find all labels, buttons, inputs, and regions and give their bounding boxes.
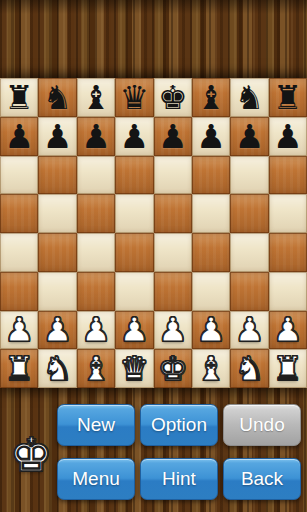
white-knight: ♞ [43,352,73,385]
square-f5[interactable] [192,194,230,233]
black-pawn: ♟ [4,120,34,153]
square-a1[interactable]: ♜ [0,349,38,388]
black-pawn: ♟ [235,120,265,153]
square-a4[interactable] [0,233,38,272]
square-d2[interactable]: ♟ [115,311,153,350]
square-e4[interactable] [154,233,192,272]
square-c4[interactable] [77,233,115,272]
square-c5[interactable] [77,194,115,233]
white-bishop: ♝ [81,352,111,385]
square-b7[interactable]: ♟ [38,117,76,156]
square-a7[interactable]: ♟ [0,117,38,156]
square-h7[interactable]: ♟ [269,117,307,156]
new-button[interactable]: New [57,404,135,446]
square-f4[interactable] [192,233,230,272]
square-h6[interactable] [269,156,307,195]
square-b5[interactable] [38,194,76,233]
square-e6[interactable] [154,156,192,195]
square-e7[interactable]: ♟ [154,117,192,156]
black-queen: ♛ [120,81,150,114]
square-c3[interactable] [77,272,115,311]
turn-indicator-white-king: ♚ [7,428,55,480]
back-button-label: Back [241,468,283,490]
square-a3[interactable] [0,272,38,311]
square-d3[interactable] [115,272,153,311]
square-b1[interactable]: ♞ [38,349,76,388]
square-d5[interactable] [115,194,153,233]
new-button-label: New [77,414,115,436]
black-king: ♚ [158,81,188,114]
menu-button-label: Menu [72,468,120,490]
square-h3[interactable] [269,272,307,311]
square-h8[interactable]: ♜ [269,78,307,117]
white-pawn: ♟ [4,313,34,346]
menu-button[interactable]: Menu [57,458,135,500]
white-bishop: ♝ [196,352,226,385]
square-d7[interactable]: ♟ [115,117,153,156]
square-d6[interactable] [115,156,153,195]
white-rook: ♜ [4,352,34,385]
black-pawn: ♟ [196,120,226,153]
square-g7[interactable]: ♟ [230,117,268,156]
square-g4[interactable] [230,233,268,272]
hint-button-label: Hint [162,468,196,490]
option-button[interactable]: Option [140,404,218,446]
square-e8[interactable]: ♚ [154,78,192,117]
white-queen: ♛ [120,352,150,385]
white-knight: ♞ [235,352,265,385]
square-b3[interactable] [38,272,76,311]
back-button[interactable]: Back [223,458,301,500]
square-f2[interactable]: ♟ [192,311,230,350]
square-a5[interactable] [0,194,38,233]
square-d8[interactable]: ♛ [115,78,153,117]
black-bishop: ♝ [81,81,111,114]
square-e5[interactable] [154,194,192,233]
square-b2[interactable]: ♟ [38,311,76,350]
square-c1[interactable]: ♝ [77,349,115,388]
black-pawn: ♟ [43,120,73,153]
square-h1[interactable]: ♜ [269,349,307,388]
white-pawn: ♟ [43,313,73,346]
white-pawn: ♟ [120,313,150,346]
square-g5[interactable] [230,194,268,233]
square-h5[interactable] [269,194,307,233]
white-pawn: ♟ [81,313,111,346]
square-d1[interactable]: ♛ [115,349,153,388]
square-h4[interactable] [269,233,307,272]
square-e2[interactable]: ♟ [154,311,192,350]
square-f7[interactable]: ♟ [192,117,230,156]
square-a2[interactable]: ♟ [0,311,38,350]
square-h2[interactable]: ♟ [269,311,307,350]
square-f3[interactable] [192,272,230,311]
square-b4[interactable] [38,233,76,272]
black-pawn: ♟ [81,120,111,153]
option-button-label: Option [151,414,207,436]
hint-button[interactable]: Hint [140,458,218,500]
white-king: ♚ [158,352,188,385]
black-pawn: ♟ [120,120,150,153]
square-b8[interactable]: ♞ [38,78,76,117]
square-c8[interactable]: ♝ [77,78,115,117]
undo-button-label: Undo [239,414,284,436]
black-rook: ♜ [4,81,34,114]
white-rook: ♜ [273,352,303,385]
square-c7[interactable]: ♟ [77,117,115,156]
black-rook: ♜ [273,81,303,114]
square-g6[interactable] [230,156,268,195]
white-pawn: ♟ [235,313,265,346]
chess-app-screen: ♜♞♝♛♚♝♞♜♟♟♟♟♟♟♟♟♟♟♟♟♟♟♟♟♜♞♝♛♚♝♞♜ ♚ New O… [0,0,307,512]
white-pawn: ♟ [196,313,226,346]
square-d4[interactable] [115,233,153,272]
square-f1[interactable]: ♝ [192,349,230,388]
square-g1[interactable]: ♞ [230,349,268,388]
square-c2[interactable]: ♟ [77,311,115,350]
white-pawn: ♟ [273,313,303,346]
chess-board: ♜♞♝♛♚♝♞♜♟♟♟♟♟♟♟♟♟♟♟♟♟♟♟♟♜♞♝♛♚♝♞♜ [0,78,307,388]
black-bishop: ♝ [196,81,226,114]
square-e1[interactable]: ♚ [154,349,192,388]
square-e3[interactable] [154,272,192,311]
undo-button[interactable]: Undo [223,404,301,446]
square-a6[interactable] [0,156,38,195]
black-pawn: ♟ [158,120,188,153]
square-f8[interactable]: ♝ [192,78,230,117]
square-c6[interactable] [77,156,115,195]
square-g3[interactable] [230,272,268,311]
black-knight: ♞ [235,81,265,114]
square-b6[interactable] [38,156,76,195]
black-knight: ♞ [43,81,73,114]
square-g2[interactable]: ♟ [230,311,268,350]
square-f6[interactable] [192,156,230,195]
square-a8[interactable]: ♜ [0,78,38,117]
black-pawn: ♟ [273,120,303,153]
white-pawn: ♟ [158,313,188,346]
square-g8[interactable]: ♞ [230,78,268,117]
